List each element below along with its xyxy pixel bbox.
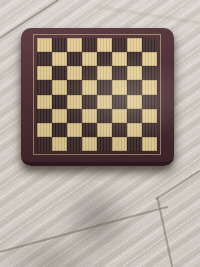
square-b4[interactable] <box>52 95 67 109</box>
square-e1[interactable] <box>97 137 112 151</box>
square-f3[interactable] <box>112 109 127 123</box>
photo-scene <box>0 0 200 267</box>
floor-plank-seam <box>155 170 200 200</box>
square-c5[interactable] <box>67 80 82 94</box>
square-h4[interactable] <box>142 95 157 109</box>
square-b1[interactable] <box>52 137 67 151</box>
square-d8[interactable] <box>82 38 97 52</box>
square-d2[interactable] <box>82 123 97 137</box>
square-b7[interactable] <box>52 52 67 66</box>
square-a7[interactable] <box>37 52 52 66</box>
square-d4[interactable] <box>82 95 97 109</box>
square-a6[interactable] <box>37 66 52 80</box>
square-f1[interactable] <box>112 137 127 151</box>
square-h2[interactable] <box>142 123 157 137</box>
square-g7[interactable] <box>127 52 142 66</box>
square-a1[interactable] <box>37 137 52 151</box>
square-h3[interactable] <box>142 109 157 123</box>
square-h5[interactable] <box>142 80 157 94</box>
square-d3[interactable] <box>82 109 97 123</box>
square-c4[interactable] <box>67 95 82 109</box>
square-g8[interactable] <box>127 38 142 52</box>
square-b8[interactable] <box>52 38 67 52</box>
square-g1[interactable] <box>127 137 142 151</box>
square-e6[interactable] <box>97 66 112 80</box>
square-d7[interactable] <box>82 52 97 66</box>
square-d5[interactable] <box>82 80 97 94</box>
square-e4[interactable] <box>97 95 112 109</box>
square-e3[interactable] <box>97 109 112 123</box>
square-h7[interactable] <box>142 52 157 66</box>
square-c6[interactable] <box>67 66 82 80</box>
square-f2[interactable] <box>112 123 127 137</box>
square-c3[interactable] <box>67 109 82 123</box>
square-g6[interactable] <box>127 66 142 80</box>
square-a4[interactable] <box>37 95 52 109</box>
square-h6[interactable] <box>142 66 157 80</box>
square-e7[interactable] <box>97 52 112 66</box>
square-f4[interactable] <box>112 95 127 109</box>
square-c7[interactable] <box>67 52 82 66</box>
square-g3[interactable] <box>127 109 142 123</box>
chess-board-grid[interactable] <box>37 38 157 151</box>
square-h8[interactable] <box>142 38 157 52</box>
square-g4[interactable] <box>127 95 142 109</box>
square-b2[interactable] <box>52 123 67 137</box>
square-f8[interactable] <box>112 38 127 52</box>
square-e5[interactable] <box>97 80 112 94</box>
square-f7[interactable] <box>112 52 127 66</box>
square-e2[interactable] <box>97 123 112 137</box>
square-c8[interactable] <box>67 38 82 52</box>
square-a5[interactable] <box>37 80 52 94</box>
square-f5[interactable] <box>112 80 127 94</box>
square-b3[interactable] <box>52 109 67 123</box>
square-d6[interactable] <box>82 66 97 80</box>
square-g2[interactable] <box>127 123 142 137</box>
square-g5[interactable] <box>127 80 142 94</box>
square-a2[interactable] <box>37 123 52 137</box>
square-a3[interactable] <box>37 109 52 123</box>
square-h1[interactable] <box>142 137 157 151</box>
square-c1[interactable] <box>67 137 82 151</box>
square-d1[interactable] <box>82 137 97 151</box>
square-b6[interactable] <box>52 66 67 80</box>
floor-plank-seam <box>0 206 168 254</box>
square-f6[interactable] <box>112 66 127 80</box>
square-c2[interactable] <box>67 123 82 137</box>
square-b5[interactable] <box>52 80 67 94</box>
chess-board <box>21 28 174 166</box>
photographer-shadow <box>50 170 144 267</box>
floor-grain-streak <box>97 6 200 25</box>
square-a8[interactable] <box>37 38 52 52</box>
square-e8[interactable] <box>97 38 112 52</box>
